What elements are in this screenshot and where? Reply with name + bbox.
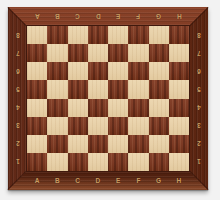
square-c1[interactable] (68, 153, 88, 171)
square-b4[interactable] (47, 99, 67, 117)
square-b2[interactable] (47, 135, 67, 153)
square-c4[interactable] (68, 99, 88, 117)
square-d5[interactable] (88, 80, 108, 98)
square-f2[interactable] (128, 135, 148, 153)
square-e8[interactable] (108, 26, 128, 44)
square-h4[interactable] (169, 99, 189, 117)
square-e5[interactable] (108, 80, 128, 98)
square-b8[interactable] (47, 26, 67, 44)
square-c5[interactable] (68, 80, 88, 98)
square-a8[interactable] (27, 26, 47, 44)
square-f4[interactable] (128, 99, 148, 117)
square-f7[interactable] (128, 44, 148, 62)
square-g7[interactable] (149, 44, 169, 62)
square-h3[interactable] (169, 117, 189, 135)
square-d7[interactable] (88, 44, 108, 62)
square-d2[interactable] (88, 135, 108, 153)
square-d3[interactable] (88, 117, 108, 135)
chess-board: ABCDEFGH ABCDEFGH 87654321 87654321 (8, 7, 208, 190)
square-e1[interactable] (108, 153, 128, 171)
square-d8[interactable] (88, 26, 108, 44)
square-b6[interactable] (47, 62, 67, 80)
square-g1[interactable] (149, 153, 169, 171)
square-c8[interactable] (68, 26, 88, 44)
square-f8[interactable] (128, 26, 148, 44)
square-a2[interactable] (27, 135, 47, 153)
board-squares (27, 26, 189, 171)
square-c3[interactable] (68, 117, 88, 135)
square-g6[interactable] (149, 62, 169, 80)
square-e7[interactable] (108, 44, 128, 62)
square-g5[interactable] (149, 80, 169, 98)
square-h6[interactable] (169, 62, 189, 80)
square-h7[interactable] (169, 44, 189, 62)
photo-background: ABCDEFGH ABCDEFGH 87654321 87654321 (0, 0, 220, 200)
square-e3[interactable] (108, 117, 128, 135)
square-c7[interactable] (68, 44, 88, 62)
square-a1[interactable] (27, 153, 47, 171)
square-a6[interactable] (27, 62, 47, 80)
square-d1[interactable] (88, 153, 108, 171)
square-d4[interactable] (88, 99, 108, 117)
square-g8[interactable] (149, 26, 169, 44)
square-e6[interactable] (108, 62, 128, 80)
square-g3[interactable] (149, 117, 169, 135)
square-c2[interactable] (68, 135, 88, 153)
square-e2[interactable] (108, 135, 128, 153)
square-b7[interactable] (47, 44, 67, 62)
square-b3[interactable] (47, 117, 67, 135)
square-h2[interactable] (169, 135, 189, 153)
square-f6[interactable] (128, 62, 148, 80)
square-a7[interactable] (27, 44, 47, 62)
square-b1[interactable] (47, 153, 67, 171)
square-h8[interactable] (169, 26, 189, 44)
square-d6[interactable] (88, 62, 108, 80)
square-h5[interactable] (169, 80, 189, 98)
square-b5[interactable] (47, 80, 67, 98)
square-a3[interactable] (27, 117, 47, 135)
square-g2[interactable] (149, 135, 169, 153)
square-e4[interactable] (108, 99, 128, 117)
square-g4[interactable] (149, 99, 169, 117)
square-c6[interactable] (68, 62, 88, 80)
square-f3[interactable] (128, 117, 148, 135)
square-a5[interactable] (27, 80, 47, 98)
square-f5[interactable] (128, 80, 148, 98)
square-f1[interactable] (128, 153, 148, 171)
square-a4[interactable] (27, 99, 47, 117)
square-h1[interactable] (169, 153, 189, 171)
